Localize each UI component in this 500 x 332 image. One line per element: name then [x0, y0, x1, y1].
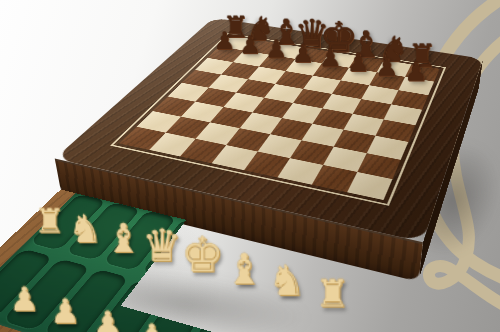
- square-b3: [181, 102, 223, 123]
- board-playing-area: [119, 36, 439, 200]
- scene: ♜♞♝♛♚♝♞♜♟♟♟♟♟♟♟♟ ♜♞♝♛♚♝♞♜♟♟♟♟♟♟♟♟: [0, 0, 500, 332]
- square-h6: [391, 90, 428, 110]
- square-a3: [153, 96, 196, 116]
- square-h8: [405, 64, 439, 81]
